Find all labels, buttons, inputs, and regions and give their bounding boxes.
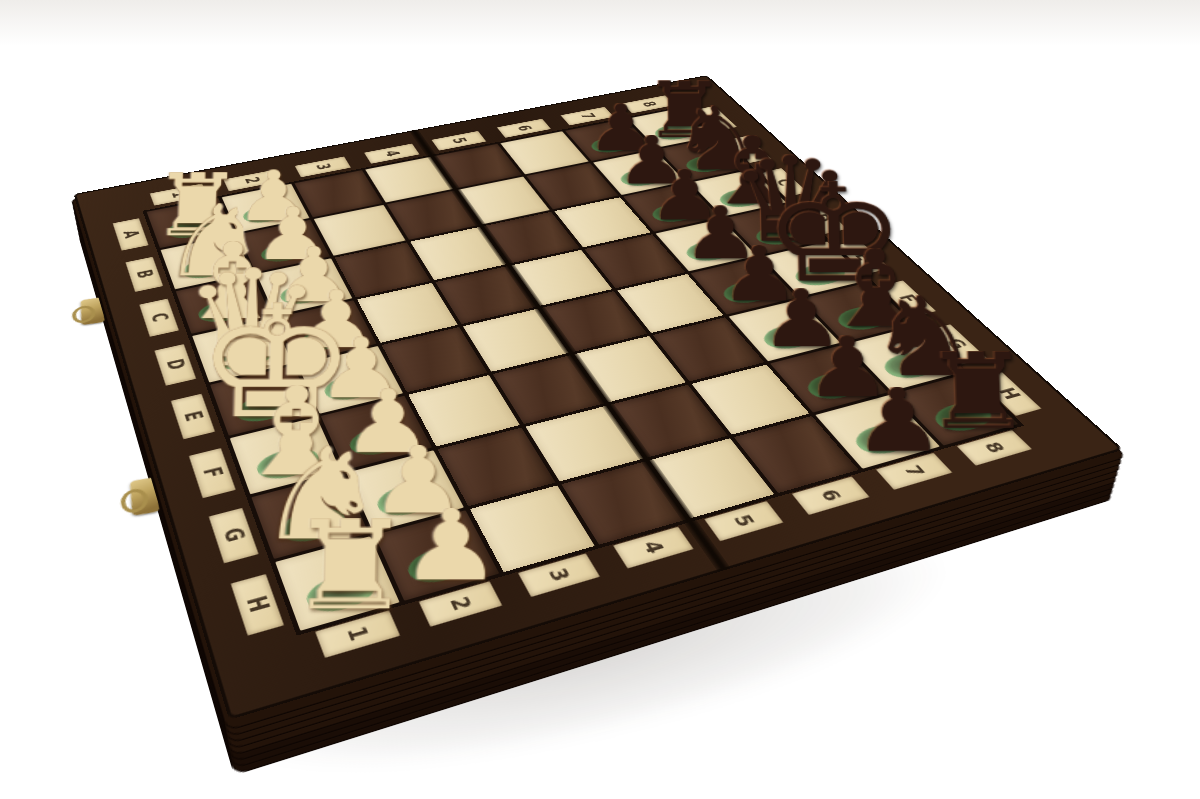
- piece-white-rook-h1[interactable]: ♜: [259, 518, 442, 614]
- board-3d: ABCDEFGH ABCDEFGH 12345678 12345678 ♜♟♟♜…: [74, 75, 1124, 720]
- piece-black-pawn-h7[interactable]: ♟: [818, 387, 980, 456]
- square-h4[interactable]: [561, 461, 686, 544]
- scene: ABCDEFGH ABCDEFGH 12345678 12345678 ♜♟♟♜…: [0, 0, 1200, 799]
